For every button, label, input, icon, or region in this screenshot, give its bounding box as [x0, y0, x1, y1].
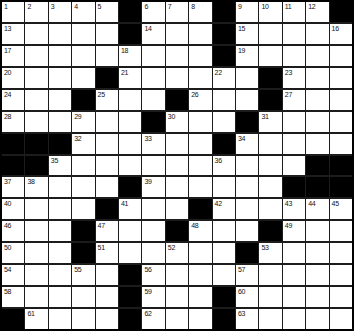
block-cell — [330, 177, 352, 197]
block-cell — [49, 134, 71, 154]
grid-cell[interactable] — [49, 112, 71, 132]
grid-cell[interactable] — [330, 221, 352, 241]
grid-cell[interactable] — [166, 156, 188, 176]
grid-cell[interactable] — [49, 221, 71, 241]
grid-cell[interactable] — [49, 243, 71, 263]
grid-cell[interactable] — [306, 309, 328, 329]
grid-cell[interactable] — [96, 177, 118, 197]
clue-number: 21 — [121, 69, 128, 76]
grid-cell[interactable] — [96, 309, 118, 329]
grid-cell[interactable] — [72, 68, 94, 88]
grid-cell[interactable] — [119, 221, 141, 241]
grid-cell[interactable]: 34 — [236, 134, 258, 154]
clue-number: 56 — [144, 266, 151, 273]
block-cell — [236, 112, 258, 132]
grid-cell[interactable] — [330, 90, 352, 110]
clue-number: 46 — [4, 222, 11, 229]
grid-cell[interactable]: 58 — [2, 287, 24, 307]
clue-number: 34 — [238, 135, 245, 142]
grid-cell[interactable]: 50 — [2, 243, 24, 263]
clue-number: 23 — [285, 69, 292, 76]
grid-cell[interactable]: 19 — [236, 46, 258, 66]
grid-cell[interactable] — [283, 112, 305, 132]
grid-cell[interactable]: 51 — [96, 243, 118, 263]
grid-cell[interactable] — [330, 287, 352, 307]
clue-number: 12 — [308, 3, 315, 10]
grid-cell[interactable]: 5 — [96, 2, 118, 22]
block-cell — [96, 199, 118, 219]
grid-cell[interactable] — [72, 46, 94, 66]
grid-cell[interactable]: 39 — [142, 177, 164, 197]
grid-cell[interactable]: 18 — [119, 46, 141, 66]
grid-cell[interactable] — [213, 112, 235, 132]
grid-cell[interactable] — [49, 68, 71, 88]
grid-cell[interactable] — [189, 177, 211, 197]
grid-cell[interactable]: 22 — [213, 68, 235, 88]
clue-number: 2 — [27, 3, 31, 10]
clue-number: 41 — [121, 200, 128, 207]
grid-cell[interactable] — [236, 177, 258, 197]
clue-number: 10 — [261, 3, 268, 10]
grid-cell[interactable] — [166, 199, 188, 219]
grid-cell[interactable] — [142, 243, 164, 263]
grid-cell[interactable]: 56 — [142, 265, 164, 285]
grid-cell[interactable]: 1 — [2, 2, 24, 22]
clue-number: 55 — [74, 266, 81, 273]
grid-cell[interactable]: 27 — [283, 90, 305, 110]
crossword-grid: 1234567891011121314151617181920212223242… — [0, 0, 354, 331]
grid-cell[interactable] — [189, 243, 211, 263]
clue-number: 31 — [261, 113, 268, 120]
clue-number: 53 — [261, 244, 268, 251]
grid-cell[interactable] — [166, 309, 188, 329]
grid-cell[interactable] — [166, 68, 188, 88]
grid-cell[interactable] — [166, 134, 188, 154]
block-cell — [213, 46, 235, 66]
grid-cell[interactable] — [189, 112, 211, 132]
clue-number: 60 — [238, 288, 245, 295]
grid-cell[interactable]: 54 — [2, 265, 24, 285]
grid-cell[interactable] — [259, 24, 281, 44]
grid-cell[interactable] — [72, 309, 94, 329]
clue-number: 42 — [215, 200, 222, 207]
grid-cell[interactable] — [25, 68, 47, 88]
block-cell — [330, 2, 352, 22]
grid-cell[interactable] — [259, 309, 281, 329]
clue-number: 43 — [285, 200, 292, 207]
grid-cell[interactable] — [236, 68, 258, 88]
clue-number: 15 — [238, 25, 245, 32]
grid-cell[interactable]: 2 — [25, 2, 47, 22]
clue-number: 32 — [74, 135, 81, 142]
grid-cell[interactable]: 30 — [166, 112, 188, 132]
grid-cell[interactable]: 59 — [142, 287, 164, 307]
grid-cell[interactable] — [213, 90, 235, 110]
clue-number: 40 — [4, 200, 11, 207]
clue-number: 62 — [144, 310, 151, 317]
grid-cell[interactable]: 29 — [72, 112, 94, 132]
clue-number: 22 — [215, 69, 222, 76]
grid-cell[interactable]: 7 — [166, 2, 188, 22]
grid-cell[interactable]: 53 — [259, 243, 281, 263]
grid-cell[interactable]: 40 — [2, 199, 24, 219]
grid-cell[interactable]: 42 — [213, 199, 235, 219]
grid-cell[interactable] — [306, 221, 328, 241]
grid-cell[interactable] — [119, 156, 141, 176]
grid-cell[interactable] — [49, 199, 71, 219]
block-cell — [236, 243, 258, 263]
grid-cell[interactable] — [142, 221, 164, 241]
grid-cell[interactable] — [72, 177, 94, 197]
block-cell — [119, 265, 141, 285]
clue-number: 19 — [238, 47, 245, 54]
clue-number: 45 — [332, 200, 339, 207]
grid-cell[interactable]: 26 — [189, 90, 211, 110]
grid-cell[interactable]: 4 — [72, 2, 94, 22]
grid-cell[interactable] — [96, 265, 118, 285]
grid-cell[interactable]: 62 — [142, 309, 164, 329]
grid-cell[interactable] — [306, 134, 328, 154]
block-cell — [2, 156, 24, 176]
grid-cell[interactable]: 24 — [2, 90, 24, 110]
grid-cell[interactable]: 3 — [49, 2, 71, 22]
grid-cell[interactable]: 52 — [166, 243, 188, 263]
grid-cell[interactable]: 61 — [25, 309, 47, 329]
grid-cell[interactable]: 37 — [2, 177, 24, 197]
clue-number: 9 — [238, 3, 242, 10]
block-cell — [96, 68, 118, 88]
grid-cell[interactable] — [142, 156, 164, 176]
grid-cell[interactable]: 31 — [259, 112, 281, 132]
clue-number: 27 — [285, 91, 292, 98]
clue-number: 49 — [285, 222, 292, 229]
grid-cell[interactable] — [49, 46, 71, 66]
grid-cell[interactable] — [49, 90, 71, 110]
grid-cell[interactable] — [306, 112, 328, 132]
grid-cell[interactable] — [189, 68, 211, 88]
grid-cell[interactable] — [96, 24, 118, 44]
grid-cell[interactable] — [283, 265, 305, 285]
grid-cell[interactable] — [259, 199, 281, 219]
grid-cell[interactable] — [236, 156, 258, 176]
block-cell — [213, 309, 235, 329]
clue-number: 33 — [144, 135, 151, 142]
clue-number: 47 — [98, 222, 105, 229]
grid-cell[interactable] — [25, 46, 47, 66]
clue-number: 5 — [98, 3, 102, 10]
clue-number: 29 — [74, 113, 81, 120]
clue-number: 26 — [191, 91, 198, 98]
clue-number: 39 — [144, 178, 151, 185]
grid-cell[interactable] — [25, 243, 47, 263]
grid-cell[interactable] — [330, 134, 352, 154]
clue-number: 14 — [144, 25, 151, 32]
grid-cell[interactable] — [236, 90, 258, 110]
grid-cell[interactable]: 14 — [142, 24, 164, 44]
block-cell — [72, 90, 94, 110]
block-cell — [306, 177, 328, 197]
clue-number: 4 — [74, 3, 78, 10]
block-cell — [259, 90, 281, 110]
clue-number: 13 — [4, 25, 11, 32]
grid-cell[interactable]: 48 — [189, 221, 211, 241]
clue-number: 16 — [332, 25, 339, 32]
grid-cell[interactable] — [259, 46, 281, 66]
block-cell — [119, 24, 141, 44]
grid-cell[interactable] — [25, 112, 47, 132]
grid-cell[interactable] — [119, 134, 141, 154]
grid-cell[interactable] — [25, 90, 47, 110]
grid-cell[interactable] — [119, 112, 141, 132]
block-cell — [119, 177, 141, 197]
grid-cell[interactable] — [119, 90, 141, 110]
grid-cell[interactable]: 11 — [283, 2, 305, 22]
grid-cell[interactable]: 23 — [283, 68, 305, 88]
block-cell — [119, 2, 141, 22]
grid-cell[interactable] — [330, 243, 352, 263]
block-cell — [259, 221, 281, 241]
grid-cell[interactable] — [306, 90, 328, 110]
grid-cell[interactable]: 13 — [2, 24, 24, 44]
grid-cell[interactable] — [25, 199, 47, 219]
block-cell — [213, 2, 235, 22]
grid-cell[interactable]: 49 — [283, 221, 305, 241]
grid-cell[interactable] — [96, 134, 118, 154]
grid-cell[interactable] — [283, 309, 305, 329]
grid-cell[interactable]: 43 — [283, 199, 305, 219]
grid-cell[interactable] — [189, 156, 211, 176]
clue-number: 36 — [215, 157, 222, 164]
grid-cell[interactable]: 10 — [259, 2, 281, 22]
grid-cell[interactable]: 57 — [236, 265, 258, 285]
grid-cell[interactable]: 55 — [72, 265, 94, 285]
grid-cell[interactable] — [330, 68, 352, 88]
clue-number: 54 — [4, 266, 11, 273]
clue-number: 59 — [144, 288, 151, 295]
grid-cell[interactable] — [166, 24, 188, 44]
block-cell — [259, 68, 281, 88]
grid-cell[interactable]: 33 — [142, 134, 164, 154]
grid-cell[interactable] — [330, 46, 352, 66]
clue-number: 7 — [168, 3, 172, 10]
clue-number: 30 — [168, 113, 175, 120]
clue-number: 28 — [4, 113, 11, 120]
grid-cell[interactable] — [283, 156, 305, 176]
grid-cell[interactable]: 6 — [142, 2, 164, 22]
grid-cell[interactable] — [330, 265, 352, 285]
grid-cell[interactable] — [189, 309, 211, 329]
grid-cell[interactable] — [96, 46, 118, 66]
clue-number: 52 — [168, 244, 175, 251]
grid-cell[interactable] — [49, 309, 71, 329]
grid-cell[interactable] — [119, 243, 141, 263]
grid-cell[interactable]: 60 — [236, 287, 258, 307]
clue-number: 17 — [4, 47, 11, 54]
block-cell — [72, 243, 94, 263]
block-cell — [306, 156, 328, 176]
grid-cell[interactable] — [72, 199, 94, 219]
grid-cell[interactable] — [330, 112, 352, 132]
grid-cell[interactable] — [283, 24, 305, 44]
grid-cell[interactable] — [142, 90, 164, 110]
grid-cell[interactable]: 41 — [119, 199, 141, 219]
grid-cell[interactable] — [306, 46, 328, 66]
grid-cell[interactable]: 17 — [2, 46, 24, 66]
grid-cell[interactable] — [142, 199, 164, 219]
grid-cell[interactable] — [142, 46, 164, 66]
clue-number: 35 — [51, 157, 58, 164]
grid-cell[interactable] — [189, 287, 211, 307]
clue-number: 24 — [4, 91, 11, 98]
grid-cell[interactable] — [96, 287, 118, 307]
grid-cell[interactable] — [189, 134, 211, 154]
grid-cell[interactable] — [213, 177, 235, 197]
grid-cell[interactable] — [49, 24, 71, 44]
grid-cell[interactable]: 32 — [72, 134, 94, 154]
grid-cell[interactable]: 38 — [25, 177, 47, 197]
block-cell — [213, 24, 235, 44]
grid-cell[interactable] — [25, 287, 47, 307]
block-cell — [2, 309, 24, 329]
block-cell — [213, 134, 235, 154]
grid-cell[interactable] — [306, 265, 328, 285]
grid-cell[interactable]: 25 — [96, 90, 118, 110]
grid-cell[interactable]: 45 — [330, 199, 352, 219]
block-cell — [25, 156, 47, 176]
grid-cell[interactable] — [166, 177, 188, 197]
grid-cell[interactable] — [283, 287, 305, 307]
grid-cell[interactable] — [49, 177, 71, 197]
grid-cell[interactable] — [72, 156, 94, 176]
block-cell — [142, 112, 164, 132]
grid-cell[interactable]: 12 — [306, 2, 328, 22]
grid-cell[interactable] — [142, 68, 164, 88]
grid-cell[interactable] — [189, 24, 211, 44]
clue-number: 58 — [4, 288, 11, 295]
grid-cell[interactable]: 8 — [189, 2, 211, 22]
grid-cell[interactable] — [49, 287, 71, 307]
grid-cell[interactable] — [166, 265, 188, 285]
clue-number: 25 — [98, 91, 105, 98]
grid-cell[interactable] — [25, 265, 47, 285]
grid-cell[interactable] — [259, 287, 281, 307]
grid-cell[interactable] — [306, 243, 328, 263]
grid-cell[interactable] — [72, 287, 94, 307]
block-cell — [25, 134, 47, 154]
grid-cell[interactable] — [236, 221, 258, 241]
grid-cell[interactable]: 35 — [49, 156, 71, 176]
grid-cell[interactable] — [166, 287, 188, 307]
clue-number: 11 — [285, 3, 292, 10]
grid-cell[interactable] — [259, 177, 281, 197]
grid-cell[interactable]: 36 — [213, 156, 235, 176]
clue-number: 48 — [191, 222, 198, 229]
clue-number: 51 — [98, 244, 105, 251]
grid-cell[interactable] — [306, 287, 328, 307]
grid-cell[interactable] — [283, 134, 305, 154]
grid-cell[interactable]: 21 — [119, 68, 141, 88]
grid-cell[interactable] — [236, 199, 258, 219]
clue-number: 50 — [4, 244, 11, 251]
grid-cell[interactable] — [283, 46, 305, 66]
grid-cell[interactable] — [96, 156, 118, 176]
block-cell — [2, 134, 24, 154]
grid-cell[interactable] — [306, 24, 328, 44]
clue-number: 6 — [144, 3, 148, 10]
grid-cell[interactable] — [189, 46, 211, 66]
grid-cell[interactable] — [306, 68, 328, 88]
grid-cell[interactable] — [259, 156, 281, 176]
clue-number: 8 — [191, 3, 195, 10]
grid-cell[interactable] — [330, 309, 352, 329]
block-cell — [119, 287, 141, 307]
block-cell — [189, 199, 211, 219]
grid-cell[interactable] — [213, 221, 235, 241]
grid-cell[interactable] — [283, 243, 305, 263]
clue-number: 3 — [51, 3, 55, 10]
block-cell — [330, 156, 352, 176]
block-cell — [166, 90, 188, 110]
clue-number: 44 — [308, 200, 315, 207]
block-cell — [166, 221, 188, 241]
grid-cell[interactable] — [259, 134, 281, 154]
clue-number: 37 — [4, 178, 11, 185]
grid-cell[interactable]: 28 — [2, 112, 24, 132]
clue-number: 18 — [121, 47, 128, 54]
grid-cell[interactable]: 15 — [236, 24, 258, 44]
grid-cell[interactable] — [96, 112, 118, 132]
clue-number: 63 — [238, 310, 245, 317]
grid-cell[interactable] — [259, 265, 281, 285]
clue-number: 61 — [27, 310, 34, 317]
clue-number: 57 — [238, 266, 245, 273]
block-cell — [283, 177, 305, 197]
grid-cell[interactable] — [213, 265, 235, 285]
block-cell — [213, 287, 235, 307]
grid-cell[interactable]: 9 — [236, 2, 258, 22]
grid-cell[interactable]: 20 — [2, 68, 24, 88]
clue-number: 1 — [4, 3, 8, 10]
grid-cell[interactable] — [213, 243, 235, 263]
grid-cell[interactable]: 46 — [2, 221, 24, 241]
grid-cell[interactable]: 47 — [96, 221, 118, 241]
block-cell — [72, 221, 94, 241]
grid-cell[interactable] — [166, 46, 188, 66]
grid-cell[interactable] — [189, 265, 211, 285]
grid-cell[interactable] — [49, 265, 71, 285]
grid-cell[interactable]: 44 — [306, 199, 328, 219]
clue-number: 38 — [27, 178, 34, 185]
clue-number: 20 — [4, 69, 11, 76]
grid-cell[interactable] — [72, 24, 94, 44]
grid-cell[interactable]: 16 — [330, 24, 352, 44]
block-cell — [119, 309, 141, 329]
grid-cell[interactable] — [25, 221, 47, 241]
grid-cell[interactable] — [25, 24, 47, 44]
grid-cell[interactable]: 63 — [236, 309, 258, 329]
